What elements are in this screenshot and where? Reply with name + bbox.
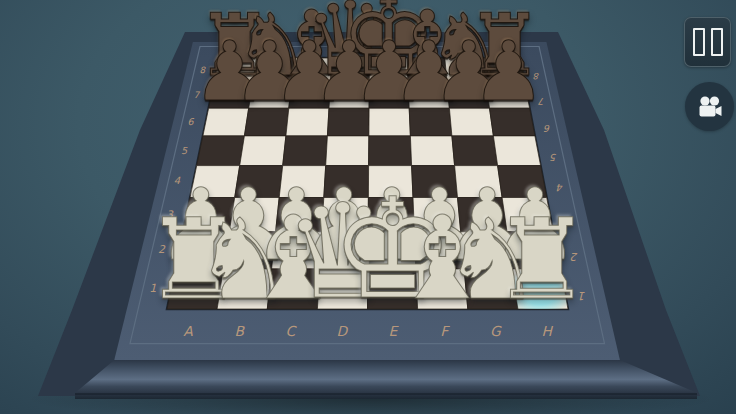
square-d5[interactable] <box>326 136 369 166</box>
piece-black-pawn-h7[interactable]: ♟ <box>472 31 546 114</box>
pause-icon <box>693 28 705 56</box>
file-label-b: B <box>234 323 245 339</box>
rank-label-left-5: 5 <box>181 145 188 156</box>
square-e5[interactable] <box>369 136 412 166</box>
file-label-g: G <box>490 323 502 339</box>
square-f5[interactable] <box>410 136 454 166</box>
rank-label-right-5: 5 <box>550 152 557 163</box>
square-b5[interactable] <box>240 136 286 166</box>
pause-button[interactable] <box>684 17 731 67</box>
camera-button[interactable] <box>685 82 734 131</box>
piece-white-rook-h1[interactable]: ♜ <box>492 204 592 315</box>
video-camera-icon <box>697 96 723 118</box>
square-a5[interactable] <box>197 136 245 166</box>
square-h5[interactable] <box>493 136 540 166</box>
rank-label-right-6: 6 <box>544 123 551 134</box>
chess-3d-scene: ABCDEFGH1122334455667788 ♜♞♝♛♚♝♞♜♟♟♟♟♟♟♟… <box>0 0 736 414</box>
file-label-a: A <box>183 323 193 339</box>
file-label-h: H <box>542 323 554 339</box>
square-c5[interactable] <box>283 136 328 166</box>
board-front-face <box>75 360 697 399</box>
square-g5[interactable] <box>452 136 498 166</box>
